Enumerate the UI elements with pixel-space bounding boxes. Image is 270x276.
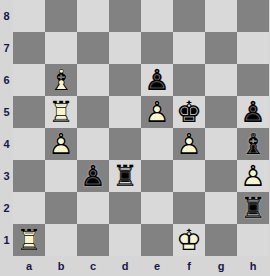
square-e1[interactable]: [141, 224, 173, 256]
file-label-g: g: [205, 256, 237, 276]
file-label-a: a: [13, 256, 45, 276]
square-f2[interactable]: [173, 192, 205, 224]
square-c1[interactable]: [77, 224, 109, 256]
square-a6[interactable]: [13, 64, 45, 96]
black-pawn-h5[interactable]: ♟♙: [237, 96, 269, 128]
rank-label-3: 3: [0, 160, 13, 192]
rank-label-1: 1: [0, 224, 13, 256]
white-pawn-e5[interactable]: ♟♙: [141, 96, 173, 128]
square-a4[interactable]: [13, 128, 45, 160]
square-d7[interactable]: [109, 32, 141, 64]
file-label-e: e: [141, 256, 173, 276]
file-label-b: b: [45, 256, 77, 276]
square-c4[interactable]: [77, 128, 109, 160]
chess-board[interactable]: ♝♗♟♙♜♖♟♙♚♔♟♙♟♙♟♙♝♗♟♙♜♖♟♙♜♖♜♖♚♔: [13, 0, 269, 256]
file-label-f: f: [173, 256, 205, 276]
square-f8[interactable]: [173, 0, 205, 32]
square-f6[interactable]: [173, 64, 205, 96]
square-a3[interactable]: [13, 160, 45, 192]
square-b2[interactable]: [45, 192, 77, 224]
square-g5[interactable]: [205, 96, 237, 128]
square-f3[interactable]: [173, 160, 205, 192]
square-f7[interactable]: [173, 32, 205, 64]
square-a8[interactable]: [13, 0, 45, 32]
square-e2[interactable]: [141, 192, 173, 224]
square-c8[interactable]: [77, 0, 109, 32]
rank-label-6: 6: [0, 64, 13, 96]
square-f4[interactable]: ♟♙: [173, 128, 205, 160]
white-pawn-h3[interactable]: ♟♙: [237, 160, 269, 192]
rank-label-2: 2: [0, 192, 13, 224]
square-a1[interactable]: ♜♖: [13, 224, 45, 256]
square-c2[interactable]: [77, 192, 109, 224]
white-king-f1[interactable]: ♚♔: [173, 224, 205, 256]
square-g2[interactable]: [205, 192, 237, 224]
square-g7[interactable]: [205, 32, 237, 64]
rank-label-7: 7: [0, 32, 13, 64]
square-d3[interactable]: ♜♖: [109, 160, 141, 192]
black-bishop-h4[interactable]: ♝♗: [237, 128, 269, 160]
square-e4[interactable]: [141, 128, 173, 160]
square-d6[interactable]: [109, 64, 141, 96]
square-d4[interactable]: [109, 128, 141, 160]
square-e5[interactable]: ♟♙: [141, 96, 173, 128]
white-pawn-f4[interactable]: ♟♙: [173, 128, 205, 160]
square-b1[interactable]: [45, 224, 77, 256]
black-pawn-e6[interactable]: ♟♙: [141, 64, 173, 96]
chess-diagram: 87654321 ♝♗♟♙♜♖♟♙♚♔♟♙♟♙♟♙♝♗♟♙♜♖♟♙♜♖♜♖♚♔ …: [0, 0, 270, 276]
square-b5[interactable]: ♜♖: [45, 96, 77, 128]
square-d5[interactable]: [109, 96, 141, 128]
square-c6[interactable]: [77, 64, 109, 96]
square-e8[interactable]: [141, 0, 173, 32]
square-b6[interactable]: ♝♗: [45, 64, 77, 96]
square-a2[interactable]: [13, 192, 45, 224]
square-g4[interactable]: [205, 128, 237, 160]
square-c7[interactable]: [77, 32, 109, 64]
file-label-d: d: [109, 256, 141, 276]
rank-label-5: 5: [0, 96, 13, 128]
square-b4[interactable]: ♟♙: [45, 128, 77, 160]
square-h8[interactable]: [237, 0, 269, 32]
white-pawn-b4[interactable]: ♟♙: [45, 128, 77, 160]
file-labels: abcdefgh: [13, 256, 269, 276]
rank-label-4: 4: [0, 128, 13, 160]
square-h7[interactable]: [237, 32, 269, 64]
white-bishop-b6[interactable]: ♝♗: [45, 64, 77, 96]
square-h3[interactable]: ♟♙: [237, 160, 269, 192]
white-rook-b5[interactable]: ♜♖: [45, 96, 77, 128]
square-e3[interactable]: [141, 160, 173, 192]
square-h4[interactable]: ♝♗: [237, 128, 269, 160]
rank-labels: 87654321: [0, 0, 13, 256]
black-pawn-c3[interactable]: ♟♙: [77, 160, 109, 192]
square-d1[interactable]: [109, 224, 141, 256]
square-c3[interactable]: ♟♙: [77, 160, 109, 192]
black-rook-h2[interactable]: ♜♖: [237, 192, 269, 224]
square-e6[interactable]: ♟♙: [141, 64, 173, 96]
square-d8[interactable]: [109, 0, 141, 32]
square-a7[interactable]: [13, 32, 45, 64]
square-g8[interactable]: [205, 0, 237, 32]
black-rook-d3[interactable]: ♜♖: [109, 160, 141, 192]
square-c5[interactable]: [77, 96, 109, 128]
square-h6[interactable]: [237, 64, 269, 96]
white-rook-a1[interactable]: ♜♖: [13, 224, 45, 256]
square-h1[interactable]: [237, 224, 269, 256]
file-label-h: h: [237, 256, 269, 276]
square-h5[interactable]: ♟♙: [237, 96, 269, 128]
black-king-f5[interactable]: ♚♔: [173, 96, 205, 128]
square-a5[interactable]: [13, 96, 45, 128]
square-b3[interactable]: [45, 160, 77, 192]
square-h2[interactable]: ♜♖: [237, 192, 269, 224]
square-g3[interactable]: [205, 160, 237, 192]
square-g1[interactable]: [205, 224, 237, 256]
rank-label-8: 8: [0, 0, 13, 32]
file-label-c: c: [77, 256, 109, 276]
square-b8[interactable]: [45, 0, 77, 32]
square-f5[interactable]: ♚♔: [173, 96, 205, 128]
square-g6[interactable]: [205, 64, 237, 96]
square-f1[interactable]: ♚♔: [173, 224, 205, 256]
square-b7[interactable]: [45, 32, 77, 64]
square-d2[interactable]: [109, 192, 141, 224]
square-e7[interactable]: [141, 32, 173, 64]
